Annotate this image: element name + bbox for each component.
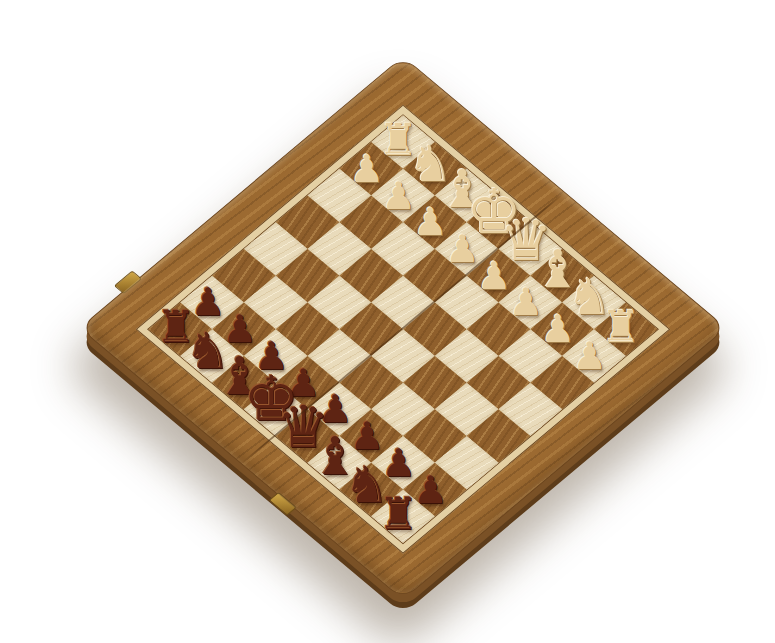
product-photo-scene: { "game": "chess", "scene": { "descripti… [0, 0, 775, 643]
brass-latch [269, 492, 297, 516]
black-rook[interactable]: ♜ [376, 483, 421, 534]
white-pawn[interactable]: ♟ [567, 323, 612, 374]
chess-board: ♜♞♝♚♛♝♞♜♟♟♟♟♟♟♟♟♟♟♟♟♟♟♟♟♜♞♝♚♛♝♞♜ [79, 56, 727, 600]
brass-latch [114, 270, 142, 294]
board-tilt-wrapper: ♜♞♝♚♛♝♞♜♟♟♟♟♟♟♟♟♟♟♟♟♟♟♟♟♜♞♝♚♛♝♞♜ [79, 56, 727, 600]
